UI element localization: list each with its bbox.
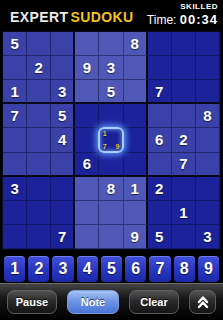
cell-r5c4[interactable]	[75, 128, 99, 152]
cell-r5c2[interactable]	[27, 128, 51, 152]
cell-digit: 1	[130, 181, 138, 196]
cell-digit: 5	[10, 36, 18, 51]
keypad-6[interactable]: 6	[125, 256, 146, 282]
cell-r5c3[interactable]: 4	[51, 128, 75, 152]
cell-r1c3[interactable]	[51, 32, 75, 56]
keypad-7[interactable]: 7	[149, 256, 170, 282]
cell-r2c7[interactable]	[148, 56, 172, 80]
cell-r4c5[interactable]	[99, 104, 123, 128]
cell-r4c7[interactable]	[148, 104, 172, 128]
cell-digit: 2	[179, 132, 187, 147]
cell-r7c3[interactable]	[51, 177, 75, 201]
cell-digit: 1	[10, 84, 18, 99]
cell-digit: 7	[58, 229, 66, 244]
cell-r3c5[interactable]: 5	[99, 80, 123, 104]
cell-r8c3[interactable]	[51, 201, 75, 225]
cell-r2c1[interactable]	[3, 56, 27, 80]
cell-r2c4[interactable]: 9	[75, 56, 99, 80]
keypad-4[interactable]: 4	[77, 256, 98, 282]
cell-digit: 3	[58, 84, 66, 99]
cell-r1c2[interactable]	[27, 32, 51, 56]
cell-r6c8[interactable]: 7	[172, 153, 196, 177]
cell-r2c6[interactable]	[124, 56, 148, 80]
cell-digit: 9	[83, 60, 91, 75]
cell-r5c8[interactable]: 2	[172, 128, 196, 152]
cell-r3c3[interactable]: 3	[51, 80, 75, 104]
title-expert: EXPERT	[10, 9, 68, 25]
cell-r9c8[interactable]	[172, 225, 196, 249]
cell-r8c2[interactable]	[27, 201, 51, 225]
cell-r4c6[interactable]	[124, 104, 148, 128]
cell-r7c6[interactable]: 1	[124, 177, 148, 201]
cell-r5c1[interactable]	[3, 128, 27, 152]
cell-digit: 7	[10, 108, 18, 123]
cell-digit: 7	[155, 84, 163, 99]
cell-r1c9[interactable]	[196, 32, 220, 56]
cell-r7c2[interactable]	[27, 177, 51, 201]
cell-r2c5[interactable]: 3	[99, 56, 123, 80]
cell-r7c7[interactable]: 2	[148, 177, 172, 201]
cell-r7c8[interactable]	[172, 177, 196, 201]
cell-r9c9[interactable]: 3	[196, 225, 220, 249]
cell-r1c8[interactable]	[172, 32, 196, 56]
cell-r6c5[interactable]	[99, 153, 123, 177]
cell-r9c6[interactable]: 9	[124, 225, 148, 249]
cell-r5c7[interactable]: 6	[148, 128, 172, 152]
cell-r1c7[interactable]	[148, 32, 172, 56]
cell-r8c1[interactable]	[3, 201, 27, 225]
cell-r3c8[interactable]	[172, 80, 196, 104]
sudoku-board: 58293135775841796267381217953	[2, 31, 221, 250]
cell-digit: 2	[34, 60, 42, 75]
cell-r9c7[interactable]: 5	[148, 225, 172, 249]
timer: Time: 00:34	[147, 12, 218, 27]
cell-digit: 6	[155, 132, 163, 147]
cell-r8c5[interactable]	[99, 201, 123, 225]
keypad-3[interactable]: 3	[52, 256, 73, 282]
cell-digit: 9	[130, 229, 138, 244]
keypad-5[interactable]: 5	[101, 256, 122, 282]
cell-r9c1[interactable]	[3, 225, 27, 249]
keypad-9[interactable]: 9	[198, 256, 219, 282]
keypad-1[interactable]: 1	[4, 256, 25, 282]
cell-r6c7[interactable]	[148, 153, 172, 177]
number-keypad: 123456789	[0, 256, 223, 282]
toolbar: Pause Note Clear	[0, 283, 223, 320]
cell-digit: 8	[203, 108, 211, 123]
cell-r8c8[interactable]: 1	[172, 201, 196, 225]
cell-digit: 5	[58, 108, 66, 123]
cell-r9c4[interactable]	[75, 225, 99, 249]
cell-digit: 3	[107, 60, 115, 75]
cell-r6c2[interactable]	[27, 153, 51, 177]
pause-button[interactable]: Pause	[7, 290, 57, 314]
cell-r5c9[interactable]	[196, 128, 220, 152]
cell-r6c1[interactable]	[3, 153, 27, 177]
cell-digit: 8	[130, 36, 138, 51]
cell-r7c4[interactable]	[75, 177, 99, 201]
cell-r4c2[interactable]	[27, 104, 51, 128]
cell-r4c4[interactable]	[75, 104, 99, 128]
clear-button[interactable]: Clear	[129, 290, 179, 314]
cell-r7c1[interactable]: 3	[3, 177, 27, 201]
keypad-2[interactable]: 2	[28, 256, 49, 282]
header: EXPERTSUDOKU SKILLED Time: 00:34	[0, 0, 223, 31]
cell-r2c2[interactable]: 2	[27, 56, 51, 80]
cell-r4c3[interactable]: 5	[51, 104, 75, 128]
title-sudoku: SUDOKU	[70, 9, 133, 25]
cell-digit: 3	[10, 181, 18, 196]
cell-r4c8[interactable]	[172, 104, 196, 128]
cell-r6c3[interactable]	[51, 153, 75, 177]
cell-r5c6[interactable]	[124, 128, 148, 152]
cell-r9c3[interactable]: 7	[51, 225, 75, 249]
cell-r2c3[interactable]	[51, 56, 75, 80]
cell-r7c5[interactable]: 8	[99, 177, 123, 201]
cell-r8c6[interactable]	[124, 201, 148, 225]
cell-r3c6[interactable]	[124, 80, 148, 104]
time-label: Time:	[147, 13, 177, 27]
time-value: 00:34	[180, 12, 218, 27]
app-title: EXPERTSUDOKU	[10, 9, 134, 25]
cell-r4c9[interactable]: 8	[196, 104, 220, 128]
keypad-8[interactable]: 8	[174, 256, 195, 282]
cell-r3c1[interactable]: 1	[3, 80, 27, 104]
note-button[interactable]: Note	[67, 290, 119, 314]
cell-r7c9[interactable]	[196, 177, 220, 201]
cell-digit: 7	[179, 156, 187, 171]
cell-r2c9[interactable]	[196, 56, 220, 80]
cell-r6c6[interactable]	[124, 153, 148, 177]
cell-r1c6[interactable]: 8	[124, 32, 148, 56]
app-screen: EXPERTSUDOKU SKILLED Time: 00:34 5829313…	[0, 0, 223, 320]
collapse-button[interactable]	[189, 290, 216, 314]
cell-digit: 3	[203, 229, 211, 244]
cell-r8c9[interactable]	[196, 201, 220, 225]
cell-r3c4[interactable]	[75, 80, 99, 104]
cell-r6c9[interactable]	[196, 153, 220, 177]
cell-digit: 5	[155, 229, 163, 244]
cell-r6c4[interactable]: 6	[75, 153, 99, 177]
difficulty-badge: SKILLED	[147, 2, 218, 11]
cell-digit: 8	[107, 181, 115, 196]
cell-digit: 1	[179, 205, 187, 220]
cell-r5c5[interactable]: 179	[99, 128, 123, 152]
cell-r9c2[interactable]	[27, 225, 51, 249]
cell-r8c7[interactable]	[148, 201, 172, 225]
cell-r3c9[interactable]	[196, 80, 220, 104]
cell-r3c7[interactable]: 7	[148, 80, 172, 104]
cell-r4c1[interactable]: 7	[3, 104, 27, 128]
status-block: SKILLED Time: 00:34	[147, 2, 218, 27]
double-chevron-up-icon	[196, 294, 210, 311]
cell-digit: 6	[83, 156, 91, 171]
cell-r1c4[interactable]	[75, 32, 99, 56]
cell-r2c8[interactable]	[172, 56, 196, 80]
cell-r1c5[interactable]	[99, 32, 123, 56]
pencil-marks: 179	[101, 130, 120, 149]
cell-r9c5[interactable]	[99, 225, 123, 249]
cell-digit: 2	[155, 181, 163, 196]
cell-r1c1[interactable]: 5	[3, 32, 27, 56]
cell-digit: 4	[58, 132, 66, 147]
cell-r8c4[interactable]	[75, 201, 99, 225]
cell-r3c2[interactable]	[27, 80, 51, 104]
cell-digit: 5	[107, 84, 115, 99]
